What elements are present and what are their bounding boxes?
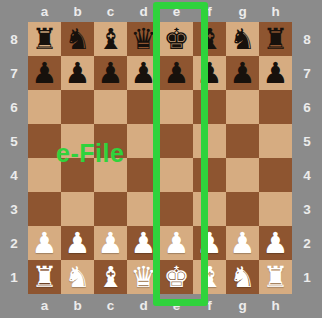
file-label-top-a: a <box>28 0 61 22</box>
rank-label-left-4: 4 <box>0 158 28 192</box>
square-e1[interactable]: ♚ <box>160 260 193 294</box>
square-c6[interactable] <box>94 90 127 124</box>
square-g2[interactable]: ♟ <box>226 226 259 260</box>
square-g7[interactable]: ♟ <box>226 56 259 90</box>
square-d4[interactable] <box>127 158 160 192</box>
piece-white-pawn: ♟ <box>263 229 289 258</box>
piece-white-bishop: ♝ <box>197 263 223 292</box>
square-f1[interactable]: ♝ <box>193 260 226 294</box>
piece-white-pawn: ♟ <box>32 229 58 258</box>
rank-label-right-2: 2 <box>292 226 322 260</box>
square-g6[interactable] <box>226 90 259 124</box>
rank-label-right-4: 4 <box>292 158 322 192</box>
square-f3[interactable] <box>193 192 226 226</box>
square-d7[interactable]: ♟ <box>127 56 160 90</box>
square-e3[interactable] <box>160 192 193 226</box>
square-f7[interactable]: ♟ <box>193 56 226 90</box>
square-h6[interactable] <box>259 90 292 124</box>
square-c2[interactable]: ♟ <box>94 226 127 260</box>
square-d1[interactable]: ♛ <box>127 260 160 294</box>
rank-label-left-1: 1 <box>0 260 28 294</box>
square-f8[interactable]: ♝ <box>193 22 226 56</box>
file-label-bottom-e: e <box>160 294 193 316</box>
piece-black-bishop: ♝ <box>197 25 223 54</box>
piece-white-pawn: ♟ <box>230 229 256 258</box>
square-b6[interactable] <box>61 90 94 124</box>
square-h3[interactable] <box>259 192 292 226</box>
rank-label-left-5: 5 <box>0 124 28 158</box>
square-a1[interactable]: ♜ <box>28 260 61 294</box>
piece-black-pawn: ♟ <box>65 59 91 88</box>
file-label-top-g: g <box>226 0 259 22</box>
file-label-top-e: e <box>160 0 193 22</box>
rank-label-right-3: 3 <box>292 192 322 226</box>
piece-black-rook: ♜ <box>32 25 58 54</box>
piece-black-queen: ♛ <box>131 25 157 54</box>
square-a8[interactable]: ♜ <box>28 22 61 56</box>
piece-black-rook: ♜ <box>263 25 289 54</box>
square-h7[interactable]: ♟ <box>259 56 292 90</box>
square-a4[interactable] <box>28 158 61 192</box>
piece-black-pawn: ♟ <box>32 59 58 88</box>
piece-white-queen: ♛ <box>131 263 157 292</box>
square-g4[interactable] <box>226 158 259 192</box>
square-e6[interactable] <box>160 90 193 124</box>
file-label-top-c: c <box>94 0 127 22</box>
square-e5[interactable] <box>160 124 193 158</box>
piece-white-rook: ♜ <box>32 263 58 292</box>
file-label-top-f: f <box>193 0 226 22</box>
rank-label-left-2: 2 <box>0 226 28 260</box>
piece-black-pawn: ♟ <box>263 59 289 88</box>
file-label-bottom-a: a <box>28 294 61 316</box>
file-labels-top: abcdefgh <box>28 0 292 22</box>
square-c1[interactable]: ♝ <box>94 260 127 294</box>
square-a3[interactable] <box>28 192 61 226</box>
rank-label-left-7: 7 <box>0 56 28 90</box>
piece-black-pawn: ♟ <box>164 59 190 88</box>
file-label-bottom-b: b <box>61 294 94 316</box>
square-b7[interactable]: ♟ <box>61 56 94 90</box>
square-c7[interactable]: ♟ <box>94 56 127 90</box>
square-h2[interactable]: ♟ <box>259 226 292 260</box>
square-f4[interactable] <box>193 158 226 192</box>
file-label-bottom-h: h <box>259 294 292 316</box>
square-f2[interactable]: ♟ <box>193 226 226 260</box>
square-c3[interactable] <box>94 192 127 226</box>
square-e4[interactable] <box>160 158 193 192</box>
rank-label-right-1: 1 <box>292 260 322 294</box>
square-c5[interactable] <box>94 124 127 158</box>
piece-white-knight: ♞ <box>230 263 256 292</box>
piece-black-pawn: ♟ <box>131 59 157 88</box>
square-f6[interactable] <box>193 90 226 124</box>
piece-black-bishop: ♝ <box>98 25 124 54</box>
rank-label-right-8: 8 <box>292 22 322 56</box>
piece-black-pawn: ♟ <box>197 59 223 88</box>
square-f5[interactable] <box>193 124 226 158</box>
rank-label-left-8: 8 <box>0 22 28 56</box>
piece-black-pawn: ♟ <box>230 59 256 88</box>
file-label-top-d: d <box>127 0 160 22</box>
square-e8[interactable]: ♚ <box>160 22 193 56</box>
file-label-bottom-d: d <box>127 294 160 316</box>
square-h5[interactable] <box>259 124 292 158</box>
file-label-top-h: h <box>259 0 292 22</box>
square-d3[interactable] <box>127 192 160 226</box>
square-b8[interactable]: ♞ <box>61 22 94 56</box>
piece-black-knight: ♞ <box>230 25 256 54</box>
square-a7[interactable]: ♟ <box>28 56 61 90</box>
square-b4[interactable] <box>61 158 94 192</box>
file-labels-bottom: abcdefgh <box>28 294 292 316</box>
square-g5[interactable] <box>226 124 259 158</box>
chess-board: ♜♞♝♛♚♝♞♜♟♟♟♟♟♟♟♟♟♟♟♟♟♟♟♟♜♞♝♛♚♝♞♜ <box>28 22 292 294</box>
square-c4[interactable] <box>94 158 127 192</box>
piece-black-pawn: ♟ <box>98 59 124 88</box>
file-label-bottom-f: f <box>193 294 226 316</box>
piece-white-pawn: ♟ <box>197 229 223 258</box>
square-h4[interactable] <box>259 158 292 192</box>
rank-labels-left: 87654321 <box>0 22 28 294</box>
file-label-bottom-c: c <box>94 294 127 316</box>
piece-black-knight: ♞ <box>65 25 91 54</box>
piece-white-pawn: ♟ <box>65 229 91 258</box>
rank-label-right-5: 5 <box>292 124 322 158</box>
piece-white-pawn: ♟ <box>164 229 190 258</box>
square-e2[interactable]: ♟ <box>160 226 193 260</box>
square-a6[interactable] <box>28 90 61 124</box>
rank-labels-right: 87654321 <box>292 22 322 294</box>
square-d6[interactable] <box>127 90 160 124</box>
square-b1[interactable]: ♞ <box>61 260 94 294</box>
square-g8[interactable]: ♞ <box>226 22 259 56</box>
piece-black-king: ♚ <box>164 25 190 54</box>
square-b2[interactable]: ♟ <box>61 226 94 260</box>
file-label-top-b: b <box>61 0 94 22</box>
piece-white-rook: ♜ <box>263 263 289 292</box>
square-h1[interactable]: ♜ <box>259 260 292 294</box>
square-e7[interactable]: ♟ <box>160 56 193 90</box>
piece-white-knight: ♞ <box>65 263 91 292</box>
square-d2[interactable]: ♟ <box>127 226 160 260</box>
square-g1[interactable]: ♞ <box>226 260 259 294</box>
square-b3[interactable] <box>61 192 94 226</box>
chess-diagram: abcdefgh abcdefgh 87654321 87654321 ♜♞♝♛… <box>0 0 322 318</box>
piece-white-pawn: ♟ <box>131 229 157 258</box>
rank-label-right-6: 6 <box>292 90 322 124</box>
square-b5[interactable] <box>61 124 94 158</box>
piece-white-pawn: ♟ <box>98 229 124 258</box>
square-a5[interactable] <box>28 124 61 158</box>
square-g3[interactable] <box>226 192 259 226</box>
square-c8[interactable]: ♝ <box>94 22 127 56</box>
file-label-bottom-g: g <box>226 294 259 316</box>
square-d5[interactable] <box>127 124 160 158</box>
square-h8[interactable]: ♜ <box>259 22 292 56</box>
rank-label-left-3: 3 <box>0 192 28 226</box>
piece-white-king: ♚ <box>164 263 190 292</box>
piece-white-bishop: ♝ <box>98 263 124 292</box>
rank-label-left-6: 6 <box>0 90 28 124</box>
rank-label-right-7: 7 <box>292 56 322 90</box>
square-d8[interactable]: ♛ <box>127 22 160 56</box>
square-a2[interactable]: ♟ <box>28 226 61 260</box>
